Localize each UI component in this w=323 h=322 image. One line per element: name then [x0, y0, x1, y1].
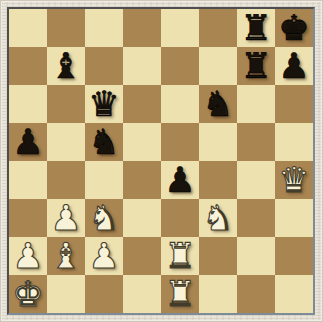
white-pawn: ♟	[12, 237, 43, 275]
square-e8[interactable]	[161, 9, 199, 47]
square-a1[interactable]: ♚	[9, 275, 47, 313]
square-d1[interactable]	[123, 275, 161, 313]
white-king: ♚	[12, 275, 43, 313]
square-e6[interactable]	[161, 85, 199, 123]
square-d5[interactable]	[123, 123, 161, 161]
square-f8[interactable]	[199, 9, 237, 47]
square-h1[interactable]	[275, 275, 313, 313]
square-d3[interactable]	[123, 199, 161, 237]
square-e7[interactable]	[161, 47, 199, 85]
square-f3[interactable]: ♞	[199, 199, 237, 237]
black-queen: ♛	[88, 85, 119, 123]
square-g2[interactable]	[237, 237, 275, 275]
white-rook: ♜	[164, 275, 195, 313]
square-c8[interactable]	[85, 9, 123, 47]
square-d7[interactable]	[123, 47, 161, 85]
square-b6[interactable]	[47, 85, 85, 123]
black-pawn: ♟	[278, 47, 309, 85]
black-knight: ♞	[202, 85, 233, 123]
square-g1[interactable]	[237, 275, 275, 313]
square-g6[interactable]	[237, 85, 275, 123]
square-b8[interactable]	[47, 9, 85, 47]
square-f1[interactable]	[199, 275, 237, 313]
square-g4[interactable]	[237, 161, 275, 199]
square-e2[interactable]: ♜	[161, 237, 199, 275]
white-queen: ♛	[278, 161, 309, 199]
square-b3[interactable]: ♟	[47, 199, 85, 237]
square-b2[interactable]: ♝	[47, 237, 85, 275]
square-h6[interactable]	[275, 85, 313, 123]
white-knight: ♞	[202, 199, 233, 237]
square-g7[interactable]: ♜	[237, 47, 275, 85]
white-knight: ♞	[88, 199, 119, 237]
white-pawn: ♟	[88, 237, 119, 275]
square-b1[interactable]	[47, 275, 85, 313]
square-e4[interactable]: ♟	[161, 161, 199, 199]
square-f2[interactable]	[199, 237, 237, 275]
square-d8[interactable]	[123, 9, 161, 47]
square-a2[interactable]: ♟	[9, 237, 47, 275]
square-f7[interactable]	[199, 47, 237, 85]
square-c1[interactable]	[85, 275, 123, 313]
square-c4[interactable]	[85, 161, 123, 199]
black-pawn: ♟	[12, 123, 43, 161]
square-b7[interactable]: ♝	[47, 47, 85, 85]
square-c7[interactable]	[85, 47, 123, 85]
square-h7[interactable]: ♟	[275, 47, 313, 85]
black-rook: ♜	[240, 47, 271, 85]
square-b4[interactable]	[47, 161, 85, 199]
black-knight: ♞	[88, 123, 119, 161]
square-h5[interactable]	[275, 123, 313, 161]
square-b5[interactable]	[47, 123, 85, 161]
square-a4[interactable]	[9, 161, 47, 199]
square-f6[interactable]: ♞	[199, 85, 237, 123]
square-a6[interactable]	[9, 85, 47, 123]
square-h4[interactable]: ♛	[275, 161, 313, 199]
square-d4[interactable]	[123, 161, 161, 199]
white-pawn: ♟	[50, 199, 81, 237]
square-c2[interactable]: ♟	[85, 237, 123, 275]
black-rook: ♜	[240, 9, 271, 47]
black-pawn: ♟	[164, 161, 195, 199]
square-f4[interactable]	[199, 161, 237, 199]
square-d6[interactable]	[123, 85, 161, 123]
white-rook: ♜	[164, 237, 195, 275]
square-g5[interactable]	[237, 123, 275, 161]
square-c5[interactable]: ♞	[85, 123, 123, 161]
square-a8[interactable]	[9, 9, 47, 47]
square-h8[interactable]: ♚	[275, 9, 313, 47]
black-king: ♚	[278, 9, 309, 47]
square-e1[interactable]: ♜	[161, 275, 199, 313]
square-g3[interactable]	[237, 199, 275, 237]
chess-board: ♜♚♝♜♟♛♞♟♞♟♛♟♞♞♟♝♟♜♚♜	[7, 7, 315, 315]
square-c6[interactable]: ♛	[85, 85, 123, 123]
square-e3[interactable]	[161, 199, 199, 237]
chess-app-window: ♜♚♝♜♟♛♞♟♞♟♛♟♞♞♟♝♟♜♚♜	[0, 0, 323, 322]
square-c3[interactable]: ♞	[85, 199, 123, 237]
square-f5[interactable]	[199, 123, 237, 161]
square-a3[interactable]	[9, 199, 47, 237]
square-d2[interactable]	[123, 237, 161, 275]
square-h2[interactable]	[275, 237, 313, 275]
square-a5[interactable]: ♟	[9, 123, 47, 161]
square-g8[interactable]: ♜	[237, 9, 275, 47]
black-bishop: ♝	[50, 47, 81, 85]
square-e5[interactable]	[161, 123, 199, 161]
square-a7[interactable]	[9, 47, 47, 85]
square-h3[interactable]	[275, 199, 313, 237]
board-frame: ♜♚♝♜♟♛♞♟♞♟♛♟♞♞♟♝♟♜♚♜	[0, 0, 323, 322]
white-bishop: ♝	[50, 237, 81, 275]
